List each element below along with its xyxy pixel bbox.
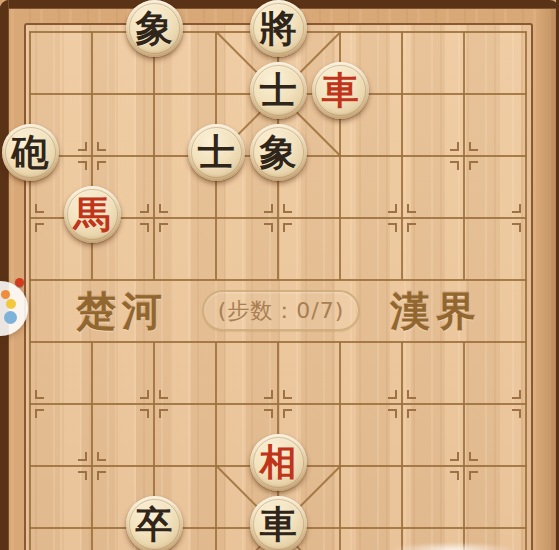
step-counter-text: (步数：0/7): [218, 296, 345, 326]
piece-black-elephant[interactable]: 象: [126, 0, 183, 57]
piece-glyph: 卒: [136, 506, 173, 543]
helper-dot: [4, 311, 17, 324]
piece-black-elephant[interactable]: 象: [250, 124, 307, 181]
step-counter: (步数：0/7): [202, 290, 360, 331]
piece-red-horse[interactable]: 馬: [64, 186, 121, 243]
piece-black-advisor[interactable]: 士: [250, 62, 307, 119]
piece-red-chariot[interactable]: 車: [312, 62, 369, 119]
piece-glyph: 砲: [12, 134, 49, 171]
piece-black-chariot[interactable]: 車: [250, 496, 307, 550]
piece-black-advisor[interactable]: 士: [188, 124, 245, 181]
helper-dot: [1, 290, 10, 299]
piece-glyph: 象: [260, 134, 297, 171]
piece-glyph: 士: [198, 134, 235, 171]
piece-glyph: 車: [322, 72, 359, 109]
notification-dot: [15, 278, 24, 287]
river-label-left: 楚河: [76, 290, 168, 332]
piece-glyph: 象: [136, 10, 173, 47]
river-label-right: 漢界: [390, 290, 482, 332]
helper-dot: [6, 299, 16, 309]
piece-glyph: 將: [260, 10, 297, 47]
piece-black-general[interactable]: 將: [250, 0, 307, 57]
assistive-helper-button[interactable]: [0, 281, 28, 336]
xiangqi-app: 楚河 (步数：0/7) 漢界 象將士車砲士象馬相卒車: [0, 0, 559, 550]
piece-red-elephant[interactable]: 相: [250, 434, 307, 491]
piece-glyph: 馬: [74, 196, 111, 233]
piece-glyph: 士: [260, 72, 297, 109]
piece-black-cannon[interactable]: 砲: [2, 124, 59, 181]
board-frame-left: [0, 0, 9, 550]
piece-glyph: 相: [260, 444, 297, 481]
piece-black-soldier[interactable]: 卒: [126, 496, 183, 550]
piece-glyph: 車: [260, 506, 297, 543]
